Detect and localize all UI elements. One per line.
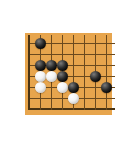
board-intersection[interactable]	[68, 104, 79, 115]
board-intersection[interactable]	[57, 104, 68, 115]
black-stone	[90, 71, 101, 82]
board-intersection[interactable]	[24, 71, 35, 82]
board-intersection[interactable]	[90, 60, 101, 71]
board-intersection[interactable]	[101, 82, 112, 93]
white-stone	[46, 71, 57, 82]
board-intersection[interactable]	[24, 49, 35, 60]
board-intersection[interactable]	[35, 93, 46, 104]
board-intersection[interactable]	[46, 60, 57, 71]
board-intersection[interactable]	[57, 93, 68, 104]
board-intersection[interactable]	[79, 93, 90, 104]
board-intersection[interactable]	[46, 49, 57, 60]
board-intersection[interactable]	[79, 60, 90, 71]
white-stone	[68, 93, 79, 104]
board-intersection[interactable]	[46, 93, 57, 104]
board-intersection[interactable]	[35, 104, 46, 115]
board-intersection[interactable]	[24, 60, 35, 71]
black-stone	[57, 60, 68, 71]
board-intersection[interactable]	[24, 93, 35, 104]
board-intersection[interactable]	[68, 71, 79, 82]
board-intersection[interactable]	[68, 82, 79, 93]
board-intersection[interactable]	[68, 49, 79, 60]
board-intersection[interactable]	[57, 71, 68, 82]
black-stone	[101, 82, 112, 93]
black-stone	[68, 82, 79, 93]
black-stone	[35, 60, 46, 71]
black-stone	[57, 71, 68, 82]
board-intersection[interactable]	[101, 104, 112, 115]
board-intersection[interactable]	[101, 60, 112, 71]
board-intersection[interactable]	[35, 60, 46, 71]
white-stone	[57, 82, 68, 93]
board-intersection[interactable]	[24, 38, 35, 49]
board-intersection[interactable]	[46, 71, 57, 82]
board-intersection[interactable]	[35, 38, 46, 49]
board-intersection[interactable]	[90, 71, 101, 82]
board-intersection[interactable]	[101, 93, 112, 104]
board-intersection[interactable]	[57, 60, 68, 71]
board-intersection[interactable]	[90, 104, 101, 115]
board-intersection[interactable]	[79, 49, 90, 60]
white-stone	[35, 82, 46, 93]
board-intersection[interactable]	[46, 104, 57, 115]
board-intersection[interactable]	[101, 38, 112, 49]
board-intersection[interactable]	[90, 38, 101, 49]
board-intersection[interactable]	[57, 49, 68, 60]
board-intersection[interactable]	[79, 104, 90, 115]
board-intersection[interactable]	[90, 93, 101, 104]
board-intersection[interactable]	[79, 82, 90, 93]
board-intersection[interactable]	[68, 38, 79, 49]
board-intersection[interactable]	[68, 93, 79, 104]
board-intersection[interactable]	[101, 71, 112, 82]
board-intersection[interactable]	[57, 82, 68, 93]
board-intersection[interactable]	[24, 104, 35, 115]
board-intersection[interactable]	[101, 49, 112, 60]
board-intersection[interactable]	[90, 82, 101, 93]
board-intersection[interactable]	[57, 38, 68, 49]
black-stone	[46, 60, 57, 71]
board-intersection[interactable]	[79, 38, 90, 49]
board-intersection[interactable]	[35, 82, 46, 93]
board-intersection[interactable]	[46, 82, 57, 93]
white-stone	[35, 71, 46, 82]
black-stone	[35, 38, 46, 49]
board-grid	[24, 38, 112, 115]
board-intersection[interactable]	[68, 60, 79, 71]
board-intersection[interactable]	[46, 38, 57, 49]
board-intersection[interactable]	[35, 71, 46, 82]
board-intersection[interactable]	[35, 49, 46, 60]
board-intersection[interactable]	[79, 71, 90, 82]
board-intersection[interactable]	[24, 82, 35, 93]
board-intersection[interactable]	[90, 49, 101, 60]
goban-board	[25, 33, 112, 115]
